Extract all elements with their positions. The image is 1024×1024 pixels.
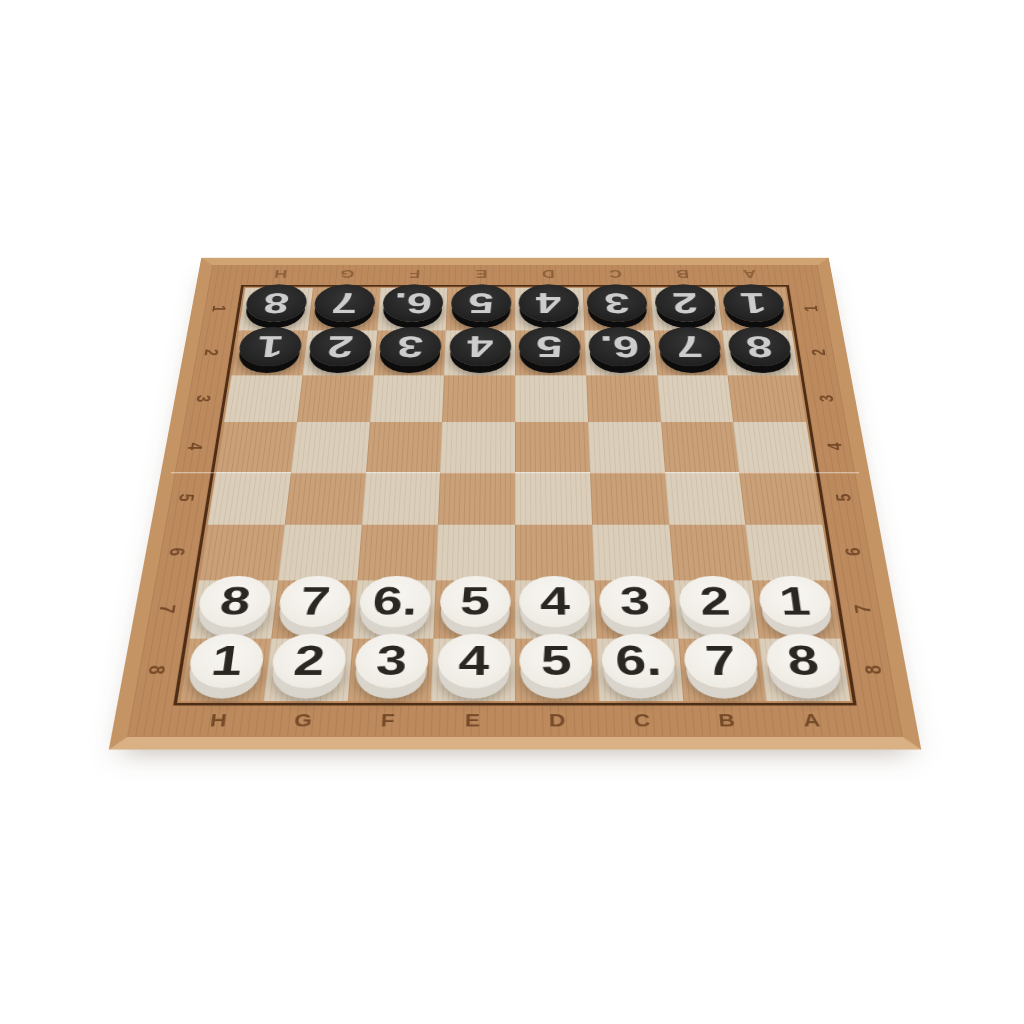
squares-grid: 876.54321123456.78876.54321123456.78 (180, 288, 851, 701)
square-B3[interactable] (657, 375, 734, 422)
black-disc-5[interactable]: 5 (450, 284, 511, 321)
square-D2[interactable]: 5 (515, 330, 586, 375)
square-F7[interactable]: 6. (352, 580, 436, 639)
square-E5[interactable] (438, 472, 515, 524)
disc-number: 5 (537, 329, 564, 364)
rank-label-right-3: 3 (808, 375, 845, 422)
square-A1[interactable]: 1 (717, 288, 791, 331)
square-E7[interactable]: 5 (434, 580, 515, 639)
disc-number: 8 (262, 287, 292, 320)
square-G5[interactable] (284, 472, 365, 524)
disc-number: 8 (784, 637, 821, 685)
black-disc-8[interactable]: 8 (726, 327, 793, 366)
black-disc-5[interactable]: 5 (519, 327, 581, 366)
square-E4[interactable] (440, 422, 515, 472)
white-disc-8[interactable]: 8 (196, 575, 274, 626)
disc-number: 7 (298, 578, 332, 623)
rank-label-right-4: 4 (816, 422, 854, 472)
disc-number: 1 (738, 287, 768, 320)
square-G4[interactable] (291, 422, 370, 472)
white-disc-4[interactable]: 4 (437, 634, 511, 689)
rank-label-left-4: 4 (176, 422, 214, 472)
disc-number: 2 (326, 329, 355, 364)
disc-number: 8 (744, 329, 775, 364)
square-A2[interactable]: 8 (722, 330, 798, 375)
square-C1[interactable]: 3 (582, 288, 653, 331)
rank-label-left-1: 1 (202, 287, 237, 330)
disc-number: 1 (255, 329, 286, 364)
file-label-top-G: G (313, 266, 381, 281)
file-label-top-H: H (246, 266, 315, 281)
disc-number: 4 (458, 637, 490, 685)
rank-label-left-3: 3 (185, 375, 222, 422)
rank-label-left-8: 8 (135, 639, 179, 701)
black-disc-8[interactable]: 8 (244, 284, 309, 321)
white-disc-1[interactable]: 1 (186, 634, 266, 689)
disc-number: 5 (460, 578, 491, 623)
black-disc-2[interactable]: 2 (307, 327, 372, 366)
white-disc-6[interactable]: 6. (601, 634, 677, 689)
square-G3[interactable] (297, 375, 374, 422)
file-label-bottom-H: H (174, 708, 262, 733)
square-E2[interactable]: 4 (444, 330, 515, 375)
square-F1[interactable]: 6. (377, 288, 448, 331)
disc-number: 6. (599, 329, 640, 364)
rank-label-right-8: 8 (851, 639, 895, 701)
square-E3[interactable] (442, 375, 515, 422)
square-A6[interactable] (746, 524, 832, 580)
file-label-top-C: C (582, 266, 650, 281)
file-label-top-E: E (448, 266, 515, 281)
square-B2[interactable]: 7 (653, 330, 727, 375)
square-F4[interactable] (366, 422, 443, 472)
black-disc-7[interactable]: 7 (313, 284, 377, 321)
black-disc-7[interactable]: 7 (657, 327, 722, 366)
square-H3[interactable] (224, 375, 302, 422)
square-E1[interactable]: 5 (446, 288, 515, 331)
square-C6[interactable] (592, 524, 673, 580)
white-disc-1[interactable]: 1 (756, 575, 834, 626)
disc-number: 6. (614, 637, 663, 685)
disc-number: 6. (371, 578, 418, 623)
square-B5[interactable] (665, 472, 746, 524)
disc-number: 7 (703, 637, 738, 685)
white-disc-2[interactable]: 2 (270, 634, 348, 689)
square-E6[interactable] (436, 524, 515, 580)
disc-number: 8 (217, 578, 253, 623)
file-label-top-D: D (515, 266, 582, 281)
square-D1[interactable]: 4 (515, 288, 584, 331)
black-disc-4[interactable]: 4 (449, 327, 511, 366)
rank-label-left-5: 5 (167, 472, 206, 525)
disc-number: 3 (375, 637, 408, 685)
disc-number: 2 (698, 578, 732, 623)
square-G1[interactable]: 7 (308, 288, 381, 331)
square-C2[interactable]: 6. (584, 330, 657, 375)
black-disc-6[interactable]: 6. (588, 327, 652, 366)
rank-label-left-6: 6 (157, 524, 198, 580)
black-disc-1[interactable]: 1 (721, 284, 786, 321)
square-E8[interactable]: 4 (431, 639, 515, 701)
white-disc-6[interactable]: 6. (358, 575, 432, 626)
disc-number: 6. (393, 287, 433, 320)
square-H5[interactable] (208, 472, 291, 524)
square-F5[interactable] (361, 472, 440, 524)
file-label-bottom-E: E (430, 708, 515, 733)
square-B8[interactable]: 7 (678, 639, 767, 701)
square-C5[interactable] (590, 472, 669, 524)
square-H8[interactable]: 1 (180, 639, 271, 701)
disc-number: 4 (536, 287, 562, 320)
square-G7[interactable]: 7 (271, 580, 357, 639)
square-F8[interactable]: 3 (347, 639, 433, 701)
rank-label-right-1: 1 (794, 287, 829, 330)
file-label-bottom-C: C (599, 708, 685, 733)
black-disc-3[interactable]: 3 (586, 284, 648, 321)
rank-label-right-2: 2 (801, 330, 837, 375)
disc-number: 3 (604, 287, 631, 320)
disc-number: 1 (208, 637, 245, 685)
square-C3[interactable] (586, 375, 661, 422)
file-label-bottom-A: A (768, 708, 856, 733)
square-F3[interactable] (369, 375, 444, 422)
square-H7[interactable]: 8 (189, 580, 277, 639)
white-disc-3[interactable]: 3 (353, 634, 429, 689)
file-label-bottom-G: G (259, 708, 346, 733)
square-B4[interactable] (661, 422, 740, 472)
disc-number: 3 (619, 578, 651, 623)
square-C8[interactable]: 6. (596, 639, 682, 701)
disc-number: 3 (396, 329, 424, 364)
board-frame: HGFEDCBAHGFEDCBA1234567812345678 876.543… (127, 265, 903, 737)
black-disc-6[interactable]: 6. (381, 284, 443, 321)
black-disc-4[interactable]: 4 (519, 284, 580, 321)
square-B1[interactable]: 2 (650, 288, 723, 331)
square-G2[interactable]: 2 (302, 330, 376, 375)
square-A8[interactable]: 8 (759, 639, 850, 701)
square-H6[interactable] (199, 524, 285, 580)
product-photo-scene: HGFEDCBAHGFEDCBA1234567812345678 876.543… (0, 0, 1024, 1024)
disc-number: 5 (541, 637, 573, 685)
rank-label-left-2: 2 (193, 330, 229, 375)
black-disc-2[interactable]: 2 (654, 284, 718, 321)
rank-label-right-7: 7 (842, 580, 884, 639)
square-H4[interactable] (216, 422, 297, 472)
white-disc-5[interactable]: 5 (520, 634, 594, 689)
playing-area: 876.54321123456.78876.54321123456.78 (173, 285, 856, 706)
square-H2[interactable]: 1 (231, 330, 307, 375)
file-label-bottom-B: B (683, 708, 770, 733)
rank-label-right-5: 5 (824, 472, 863, 525)
disc-number: 4 (467, 329, 494, 364)
square-B7[interactable]: 2 (673, 580, 759, 639)
square-B6[interactable] (669, 524, 752, 580)
file-label-top-A: A (715, 266, 784, 281)
disc-number: 2 (671, 287, 700, 320)
square-H1[interactable]: 8 (239, 288, 313, 331)
white-disc-4[interactable]: 4 (520, 575, 592, 626)
file-label-top-B: B (648, 266, 716, 281)
square-D6[interactable] (515, 524, 594, 580)
square-A5[interactable] (739, 472, 822, 524)
rank-label-right-6: 6 (833, 524, 874, 580)
disc-number: 4 (540, 578, 571, 623)
disc-number: 7 (675, 329, 704, 364)
square-G6[interactable] (278, 524, 361, 580)
square-F2[interactable]: 3 (373, 330, 446, 375)
checkers-board: HGFEDCBAHGFEDCBA1234567812345678 876.543… (109, 258, 921, 750)
white-disc-8[interactable]: 8 (763, 634, 843, 689)
black-disc-1[interactable]: 1 (237, 327, 304, 366)
square-D5[interactable] (515, 472, 592, 524)
square-D8[interactable]: 5 (515, 639, 599, 701)
file-label-bottom-D: D (515, 708, 600, 733)
disc-number: 1 (777, 578, 813, 623)
square-D3[interactable] (515, 375, 588, 422)
square-A7[interactable]: 1 (752, 580, 840, 639)
board-bevel-edge: HGFEDCBAHGFEDCBA1234567812345678 876.543… (109, 258, 921, 750)
file-label-bottom-F: F (344, 708, 430, 733)
rank-label-left-7: 7 (146, 580, 188, 639)
disc-number: 2 (291, 637, 326, 685)
disc-number: 5 (468, 287, 494, 320)
square-A3[interactable] (728, 375, 806, 422)
white-disc-3[interactable]: 3 (598, 575, 672, 626)
white-disc-2[interactable]: 2 (677, 575, 753, 626)
square-G8[interactable]: 2 (263, 639, 352, 701)
black-disc-3[interactable]: 3 (378, 327, 442, 366)
white-disc-7[interactable]: 7 (682, 634, 760, 689)
disc-number: 7 (330, 287, 359, 320)
white-disc-7[interactable]: 7 (277, 575, 353, 626)
white-disc-5[interactable]: 5 (439, 575, 511, 626)
square-D7[interactable]: 4 (515, 580, 596, 639)
square-C4[interactable] (588, 422, 665, 472)
square-C7[interactable]: 3 (594, 580, 678, 639)
square-D4[interactable] (515, 422, 590, 472)
file-label-top-F: F (380, 266, 448, 281)
square-F6[interactable] (357, 524, 438, 580)
square-A4[interactable] (733, 422, 814, 472)
